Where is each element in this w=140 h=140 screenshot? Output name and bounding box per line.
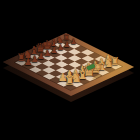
pieces-layer: ♜♞♟♝♟♚♟♛♟♝♟♞♟♜♟♟♟♟♜♟♞♟♝♟♚♟♛♟♝♟♞♜ xyxy=(0,0,140,140)
piece-black-pawn-g7[interactable]: ♟ xyxy=(63,41,70,49)
piece-black-pawn-a7[interactable]: ♟ xyxy=(24,57,32,66)
chess-set-photo: ♜♞♟♝♟♚♟♛♟♝♟♞♟♜♟♟♟♟♜♟♞♟♝♟♚♟♛♟♝♟♞♜ xyxy=(0,0,140,140)
piece-white-rook-a1[interactable]: ♜ xyxy=(64,75,75,88)
piece-black-pawn-h7[interactable]: ♟ xyxy=(70,38,77,46)
piece-black-pawn-e7[interactable]: ♟ xyxy=(50,46,57,54)
